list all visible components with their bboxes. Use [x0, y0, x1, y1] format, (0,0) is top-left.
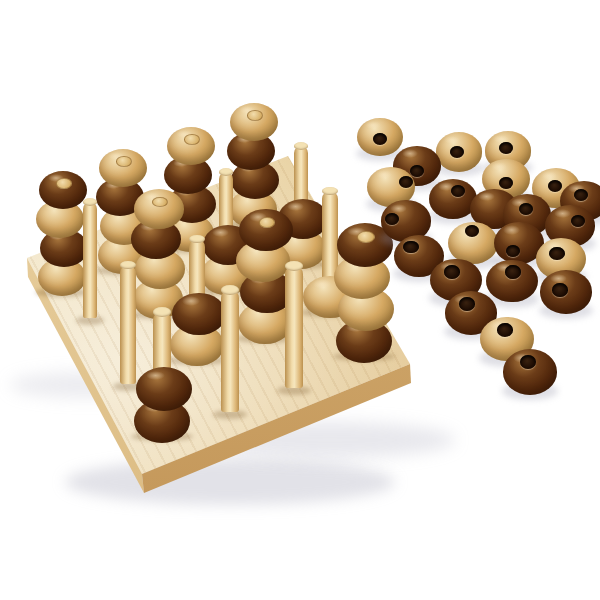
- bead-hole: [520, 355, 536, 369]
- score-four-product-photo: Score Four — wooden 3D four-in-a-row (4x…: [0, 0, 600, 600]
- pile-bead-dark[interactable]: [0, 0, 600, 600]
- loose-bead-pile: [0, 0, 600, 600]
- bead-dark[interactable]: [503, 349, 557, 395]
